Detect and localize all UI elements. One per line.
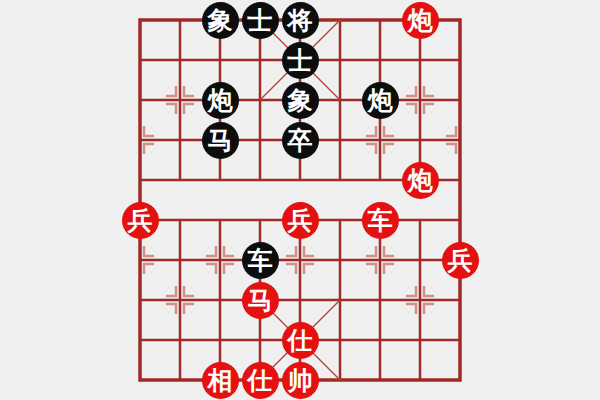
xiangqi-board[interactable]: 象士将炮士炮象炮马卒炮兵兵车车兵马仕相仕帅	[0, 0, 600, 400]
piece-red-chariot[interactable]: 车	[362, 202, 399, 239]
piece-black-soldier[interactable]: 卒	[282, 122, 319, 159]
piece-red-general[interactable]: 帅	[282, 362, 319, 399]
piece-black-elephant[interactable]: 象	[202, 2, 239, 39]
piece-red-cannon[interactable]: 炮	[402, 162, 439, 199]
piece-black-cannon[interactable]: 炮	[202, 82, 239, 119]
piece-layer: 象士将炮士炮象炮马卒炮兵兵车车兵马仕相仕帅	[0, 0, 600, 400]
piece-black-cannon[interactable]: 炮	[362, 82, 399, 119]
piece-red-soldier[interactable]: 兵	[442, 242, 479, 279]
piece-red-horse[interactable]: 马	[242, 282, 279, 319]
piece-red-cannon[interactable]: 炮	[402, 2, 439, 39]
piece-red-soldier[interactable]: 兵	[282, 202, 319, 239]
piece-black-chariot[interactable]: 车	[242, 242, 279, 279]
piece-black-general[interactable]: 将	[282, 2, 319, 39]
piece-black-elephant[interactable]: 象	[282, 82, 319, 119]
piece-black-advisor[interactable]: 士	[242, 2, 279, 39]
piece-black-horse[interactable]: 马	[202, 122, 239, 159]
piece-black-advisor[interactable]: 士	[282, 42, 319, 79]
piece-red-elephant[interactable]: 相	[202, 362, 239, 399]
piece-red-advisor[interactable]: 仕	[282, 322, 319, 359]
piece-red-soldier[interactable]: 兵	[122, 202, 159, 239]
piece-red-advisor[interactable]: 仕	[242, 362, 279, 399]
